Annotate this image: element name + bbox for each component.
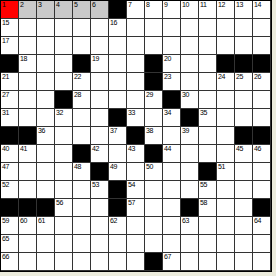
cell-r10c8[interactable] (127, 163, 145, 181)
cell-r10c14[interactable] (235, 163, 253, 181)
clue-number: 54 (128, 181, 135, 189)
clue-number: 6 (92, 1, 96, 9)
cell-r13c2[interactable]: 60 (19, 217, 37, 235)
cell-r8c3[interactable]: 36 (37, 127, 55, 145)
cell-r9c7[interactable] (109, 145, 127, 163)
cell-r14c2[interactable] (19, 235, 37, 253)
clue-number: 56 (56, 199, 63, 207)
cell-r5c12[interactable] (199, 73, 217, 91)
cell-r4c1 (1, 55, 19, 73)
cell-r10c13[interactable]: 51 (217, 163, 235, 181)
cell-r6c10 (163, 91, 181, 109)
cell-r15c3[interactable] (37, 253, 55, 271)
cell-r6c8[interactable] (127, 91, 145, 109)
cell-r15c13[interactable] (217, 253, 235, 271)
cell-r10c15[interactable] (253, 163, 271, 181)
cell-r7c5[interactable] (73, 109, 91, 127)
cell-r6c12[interactable] (199, 91, 217, 109)
clue-number: 9 (164, 1, 168, 9)
cell-r6c1[interactable]: 27 (1, 91, 19, 109)
clue-number: 34 (164, 109, 171, 117)
cell-r11c8[interactable]: 54 (127, 181, 145, 199)
cell-r6c7[interactable] (109, 91, 127, 109)
cell-r6c13[interactable] (217, 91, 235, 109)
cell-r9c5 (73, 145, 91, 163)
clue-number: 5 (74, 1, 78, 9)
cell-r2c13[interactable] (217, 19, 235, 37)
clue-number: 37 (110, 127, 117, 135)
clue-number: 64 (254, 217, 261, 225)
clue-number: 43 (128, 145, 135, 153)
clue-number: 44 (164, 145, 171, 153)
cell-r4c11[interactable] (181, 55, 199, 73)
cell-r2c8[interactable] (127, 19, 145, 37)
cell-r5c10[interactable]: 23 (163, 73, 181, 91)
cell-r9c12[interactable] (199, 145, 217, 163)
cell-r13c14[interactable] (235, 217, 253, 235)
cell-r14c8[interactable] (127, 235, 145, 253)
cell-r7c9[interactable] (145, 109, 163, 127)
cell-r3c3[interactable] (37, 37, 55, 55)
cell-r11c3[interactable] (37, 181, 55, 199)
cell-r11c9[interactable] (145, 181, 163, 199)
crossword-grid: 1234567891011121314151617181920212223242… (0, 0, 272, 272)
cell-r12c11 (181, 199, 199, 217)
cell-r2c2[interactable] (19, 19, 37, 37)
cell-r11c7 (109, 181, 127, 199)
clue-number: 7 (128, 1, 132, 9)
cell-r8c11[interactable]: 39 (181, 127, 199, 145)
cell-r12c3 (37, 199, 55, 217)
cell-r5c11[interactable] (181, 73, 199, 91)
cell-r4c10[interactable]: 20 (163, 55, 181, 73)
clue-number: 10 (182, 1, 189, 9)
cell-r10c12 (199, 163, 217, 181)
cell-r1c8[interactable]: 7 (127, 1, 145, 19)
clue-number: 28 (74, 91, 81, 99)
clue-number: 25 (236, 73, 243, 81)
cell-r8c2 (19, 127, 37, 145)
cell-r2c10[interactable] (163, 19, 181, 37)
cell-r8c4[interactable] (55, 127, 73, 145)
clue-number: 42 (92, 145, 99, 153)
clue-number: 8 (146, 1, 150, 9)
cell-r12c8[interactable]: 57 (127, 199, 145, 217)
cell-r9c15[interactable]: 46 (253, 145, 271, 163)
cell-r15c2[interactable] (19, 253, 37, 271)
cell-r11c11[interactable] (181, 181, 199, 199)
cell-r15c9 (145, 253, 163, 271)
cell-r8c1 (1, 127, 19, 145)
cell-r15c8[interactable] (127, 253, 145, 271)
cell-r1c2[interactable]: 2 (19, 1, 37, 19)
cell-r2c5[interactable] (73, 19, 91, 37)
cell-r13c6[interactable] (91, 217, 109, 235)
cell-r2c15[interactable] (253, 19, 271, 37)
clue-number: 51 (218, 163, 225, 171)
cell-r6c5[interactable]: 28 (73, 91, 91, 109)
cell-r2c1[interactable]: 15 (1, 19, 19, 37)
cell-r1c10[interactable]: 9 (163, 1, 181, 19)
clue-number: 63 (182, 217, 189, 225)
clue-number: 58 (200, 199, 207, 207)
cell-r12c1 (1, 199, 19, 217)
cell-r5c14[interactable]: 25 (235, 73, 253, 91)
cell-r10c3[interactable] (37, 163, 55, 181)
cell-r3c11[interactable] (181, 37, 199, 55)
cell-r14c1[interactable]: 65 (1, 235, 19, 253)
cell-r12c6[interactable] (91, 199, 109, 217)
cell-r3c8[interactable] (127, 37, 145, 55)
cell-r13c10[interactable] (163, 217, 181, 235)
cell-r8c9[interactable]: 38 (145, 127, 163, 145)
clue-number: 39 (182, 127, 189, 135)
cell-r15c15[interactable] (253, 253, 271, 271)
clue-number: 24 (218, 73, 225, 81)
cell-r15c1[interactable]: 66 (1, 253, 19, 271)
cell-r12c14[interactable] (235, 199, 253, 217)
cell-r9c6[interactable]: 42 (91, 145, 109, 163)
cell-r4c4[interactable] (55, 55, 73, 73)
cell-r8c13[interactable] (217, 127, 235, 145)
clue-number: 22 (74, 73, 81, 81)
cell-r12c12[interactable]: 58 (199, 199, 217, 217)
cell-r6c2[interactable] (19, 91, 37, 109)
cell-r6c6[interactable] (91, 91, 109, 109)
cell-r9c14[interactable]: 45 (235, 145, 253, 163)
cell-r13c8[interactable] (127, 217, 145, 235)
cell-r15c4[interactable] (55, 253, 73, 271)
cell-r4c6[interactable]: 19 (91, 55, 109, 73)
cell-r15c7[interactable] (109, 253, 127, 271)
cell-r3c15[interactable] (253, 37, 271, 55)
cell-r13c3[interactable]: 61 (37, 217, 55, 235)
clue-number: 19 (92, 55, 99, 63)
cell-r10c11[interactable] (181, 163, 199, 181)
cell-r8c8 (127, 127, 145, 145)
cell-r7c1[interactable]: 31 (1, 109, 19, 127)
clue-number: 18 (20, 55, 27, 63)
cell-r7c12[interactable]: 35 (199, 109, 217, 127)
cell-r12c15 (253, 199, 271, 217)
cell-r7c13[interactable] (217, 109, 235, 127)
cell-r9c1[interactable]: 40 (1, 145, 19, 163)
cell-r3c13[interactable] (217, 37, 235, 55)
cell-r11c5[interactable] (73, 181, 91, 199)
cell-r13c13[interactable] (217, 217, 235, 235)
clue-number: 55 (200, 181, 207, 189)
cell-r2c11[interactable] (181, 19, 199, 37)
cell-r10c10[interactable] (163, 163, 181, 181)
cell-r3c1[interactable]: 17 (1, 37, 19, 55)
cell-r3c12[interactable] (199, 37, 217, 55)
cell-r14c13[interactable] (217, 235, 235, 253)
cell-r14c11[interactable] (181, 235, 199, 253)
cell-r3c2[interactable] (19, 37, 37, 55)
cell-r3c6[interactable] (91, 37, 109, 55)
cell-r6c15[interactable] (253, 91, 271, 109)
cell-r5c9 (145, 73, 163, 91)
cell-r9c11[interactable] (181, 145, 199, 163)
clue-number: 26 (254, 73, 261, 81)
cell-r9c13[interactable] (217, 145, 235, 163)
cell-r1c7 (109, 1, 127, 19)
cell-r4c15 (253, 55, 271, 73)
cell-r13c11[interactable]: 63 (181, 217, 199, 235)
cell-r4c13 (217, 55, 235, 73)
cell-r5c3[interactable] (37, 73, 55, 91)
clue-number: 53 (92, 181, 99, 189)
cell-r14c9[interactable] (145, 235, 163, 253)
clue-number: 33 (128, 109, 135, 117)
clue-number: 36 (38, 127, 45, 135)
clue-number: 27 (2, 91, 9, 99)
cell-r14c5[interactable] (73, 235, 91, 253)
cell-r11c4[interactable] (55, 181, 73, 199)
cell-r14c4[interactable] (55, 235, 73, 253)
cell-r15c10[interactable]: 67 (163, 253, 181, 271)
cell-r12c9[interactable] (145, 199, 163, 217)
clue-number: 40 (2, 145, 9, 153)
cell-r6c14[interactable] (235, 91, 253, 109)
cell-r8c14 (235, 127, 253, 145)
cell-r9c10[interactable]: 44 (163, 145, 181, 163)
cell-r3c14[interactable] (235, 37, 253, 55)
cell-r12c5[interactable] (73, 199, 91, 217)
clue-number: 15 (2, 19, 9, 27)
clue-number: 21 (2, 73, 9, 81)
cell-r14c15[interactable] (253, 235, 271, 253)
cell-r15c14[interactable] (235, 253, 253, 271)
cell-r7c6[interactable] (91, 109, 109, 127)
cell-r5c8[interactable] (127, 73, 145, 91)
clue-number: 57 (128, 199, 135, 207)
clue-number: 41 (20, 145, 27, 153)
cell-r4c5 (73, 55, 91, 73)
cell-r1c13[interactable]: 12 (217, 1, 235, 19)
cell-r7c11 (181, 109, 199, 127)
cell-r10c6 (91, 163, 109, 181)
cell-r13c12[interactable] (199, 217, 217, 235)
cell-r10c9[interactable]: 50 (145, 163, 163, 181)
cell-r2c9[interactable] (145, 19, 163, 37)
cell-r4c7[interactable] (109, 55, 127, 73)
cell-r14c3[interactable] (37, 235, 55, 253)
cell-r14c6[interactable] (91, 235, 109, 253)
cell-r9c2[interactable]: 41 (19, 145, 37, 163)
clue-number: 45 (236, 145, 243, 153)
cell-r2c3[interactable] (37, 19, 55, 37)
cell-r5c1[interactable]: 21 (1, 73, 19, 91)
cell-r8c10[interactable] (163, 127, 181, 145)
cell-r2c6[interactable] (91, 19, 109, 37)
clue-number: 38 (146, 127, 153, 135)
cell-r15c11[interactable] (181, 253, 199, 271)
clue-number: 50 (146, 163, 153, 171)
cell-r12c2 (19, 199, 37, 217)
clue-number: 32 (56, 109, 63, 117)
cell-r10c7[interactable]: 49 (109, 163, 127, 181)
clue-number: 20 (164, 55, 171, 63)
cell-r8c12[interactable] (199, 127, 217, 145)
clue-number: 4 (56, 1, 60, 9)
clue-number: 59 (2, 217, 9, 225)
cell-r5c4[interactable] (55, 73, 73, 91)
cell-r1c4[interactable]: 4 (55, 1, 73, 19)
cell-r7c8[interactable]: 33 (127, 109, 145, 127)
cell-r1c6[interactable]: 6 (91, 1, 109, 19)
cell-r6c4 (55, 91, 73, 109)
page: { "game": "crossword", "grid": { "rows":… (0, 0, 276, 276)
clue-number: 14 (254, 1, 261, 9)
cell-r3c4[interactable] (55, 37, 73, 55)
cell-r11c15[interactable] (253, 181, 271, 199)
cell-r13c7[interactable]: 62 (109, 217, 127, 235)
clue-number: 2 (20, 1, 24, 9)
cell-r5c7[interactable] (109, 73, 127, 91)
clue-number: 23 (164, 73, 171, 81)
cell-r15c12[interactable] (199, 253, 217, 271)
cell-r5c6[interactable] (91, 73, 109, 91)
cell-r1c14[interactable]: 13 (235, 1, 253, 19)
cell-r12c4[interactable]: 56 (55, 199, 73, 217)
cell-r8c7[interactable]: 37 (109, 127, 127, 145)
clue-number: 13 (236, 1, 243, 9)
clue-number: 65 (2, 235, 9, 243)
cell-r13c5[interactable] (73, 217, 91, 235)
cell-r3c10[interactable] (163, 37, 181, 55)
cell-r11c1[interactable]: 52 (1, 181, 19, 199)
cell-r7c15[interactable] (253, 109, 271, 127)
cell-r14c7[interactable] (109, 235, 127, 253)
clue-number: 62 (110, 217, 117, 225)
cell-r11c6[interactable]: 53 (91, 181, 109, 199)
cell-r9c9 (145, 145, 163, 163)
cell-r2c4[interactable] (55, 19, 73, 37)
cell-r8c5[interactable] (73, 127, 91, 145)
cell-r13c1[interactable]: 59 (1, 217, 19, 235)
cell-r9c8[interactable]: 43 (127, 145, 145, 163)
cell-r13c15[interactable]: 64 (253, 217, 271, 235)
cell-r4c2[interactable]: 18 (19, 55, 37, 73)
cell-r3c7[interactable] (109, 37, 127, 55)
clue-number: 46 (254, 145, 261, 153)
clue-number: 16 (110, 19, 117, 27)
cell-r1c11[interactable]: 10 (181, 1, 199, 19)
cell-r8c6[interactable] (91, 127, 109, 145)
cell-r10c4[interactable] (55, 163, 73, 181)
cell-r11c12[interactable]: 55 (199, 181, 217, 199)
cell-r5c5[interactable]: 22 (73, 73, 91, 91)
clue-number: 66 (2, 253, 9, 261)
clue-number: 1 (2, 1, 6, 9)
cell-r7c14[interactable] (235, 109, 253, 127)
cell-r8c15 (253, 127, 271, 145)
cell-r11c10[interactable] (163, 181, 181, 199)
cell-r7c7 (109, 109, 127, 127)
cell-r12c10[interactable] (163, 199, 181, 217)
clue-number: 47 (2, 163, 9, 171)
cell-r3c5[interactable] (73, 37, 91, 55)
cell-r14c14[interactable] (235, 235, 253, 253)
cell-r13c9[interactable] (145, 217, 163, 235)
cell-r6c3[interactable] (37, 91, 55, 109)
clue-number: 3 (38, 1, 42, 9)
cell-r1c3[interactable]: 3 (37, 1, 55, 19)
clue-number: 35 (200, 109, 207, 117)
cell-r9c4[interactable] (55, 145, 73, 163)
clue-number: 11 (200, 1, 207, 9)
cell-r10c5[interactable]: 48 (73, 163, 91, 181)
cell-r15c6[interactable] (91, 253, 109, 271)
cell-r11c14[interactable] (235, 181, 253, 199)
cell-r4c8[interactable] (127, 55, 145, 73)
cell-r10c1[interactable]: 47 (1, 163, 19, 181)
cell-r2c12[interactable] (199, 19, 217, 37)
clue-number: 31 (2, 109, 9, 117)
clue-number: 52 (2, 181, 9, 189)
cell-r1c9[interactable]: 8 (145, 1, 163, 19)
cell-r7c2[interactable] (19, 109, 37, 127)
cell-r7c10[interactable]: 34 (163, 109, 181, 127)
clue-number: 49 (110, 163, 117, 171)
cell-r13c4[interactable] (55, 217, 73, 235)
clue-number: 29 (146, 91, 153, 99)
cell-r4c9 (145, 55, 163, 73)
cell-r12c7 (109, 199, 127, 217)
cell-r6c11[interactable]: 30 (181, 91, 199, 109)
clue-number: 48 (74, 163, 81, 171)
cell-r1c5[interactable]: 5 (73, 1, 91, 19)
cell-r11c13[interactable] (217, 181, 235, 199)
cell-r1c1[interactable]: 1 (1, 1, 19, 19)
cell-r10c2[interactable] (19, 163, 37, 181)
cell-r5c15[interactable]: 26 (253, 73, 271, 91)
clue-number: 17 (2, 37, 9, 45)
cell-r14c10[interactable] (163, 235, 181, 253)
cell-r7c3[interactable] (37, 109, 55, 127)
clue-number: 67 (164, 253, 171, 261)
cell-r14c12[interactable] (199, 235, 217, 253)
cell-r2c7[interactable]: 16 (109, 19, 127, 37)
clue-number: 60 (20, 217, 27, 225)
cell-r2c14[interactable] (235, 19, 253, 37)
cell-r4c3[interactable] (37, 55, 55, 73)
cell-r5c13[interactable]: 24 (217, 73, 235, 91)
cell-r12c13[interactable] (217, 199, 235, 217)
cell-r1c15[interactable]: 14 (253, 1, 271, 19)
cell-r4c14 (235, 55, 253, 73)
cell-r6c9[interactable]: 29 (145, 91, 163, 109)
cell-r1c12[interactable]: 11 (199, 1, 217, 19)
cell-r9c3[interactable] (37, 145, 55, 163)
clue-number: 61 (38, 217, 45, 225)
clue-number: 12 (218, 1, 225, 9)
cell-r5c2[interactable] (19, 73, 37, 91)
cell-r15c5[interactable] (73, 253, 91, 271)
cell-r3c9[interactable] (145, 37, 163, 55)
cell-r4c12[interactable] (199, 55, 217, 73)
cell-r7c4[interactable]: 32 (55, 109, 73, 127)
cell-r11c2[interactable] (19, 181, 37, 199)
clue-number: 30 (182, 91, 189, 99)
